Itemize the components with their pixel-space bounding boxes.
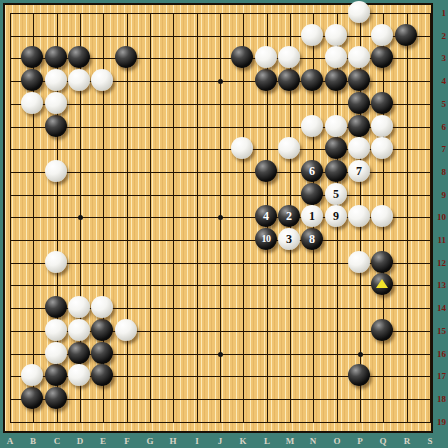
stone-black-Q15[interactable] (371, 319, 393, 341)
stone-black-O7[interactable] (325, 137, 347, 159)
stone-white-Q6[interactable] (371, 115, 393, 137)
stone-black-E16[interactable] (91, 342, 113, 364)
stone-white-M7[interactable] (278, 137, 300, 159)
stone-white-Q10[interactable] (371, 205, 393, 227)
stone-black-E15[interactable] (91, 319, 113, 341)
stone-white-B17[interactable] (21, 364, 43, 386)
stone-black-B4[interactable] (21, 69, 43, 91)
stone-black-O4[interactable] (325, 69, 347, 91)
stone-black-E17[interactable] (91, 364, 113, 386)
stone-black-P4[interactable] (348, 69, 370, 91)
stone-white-C4[interactable] (45, 69, 67, 91)
stone-black-P5[interactable] (348, 92, 370, 114)
stones-layer: 64210875193 (0, 0, 448, 448)
stone-black-P6[interactable] (348, 115, 370, 137)
stone-white-C8[interactable] (45, 160, 67, 182)
stone-white-P3[interactable] (348, 46, 370, 68)
stone-white-C5[interactable] (45, 92, 67, 114)
stone-white-D14[interactable] (68, 296, 90, 318)
stone-black-M4[interactable] (278, 69, 300, 91)
stone-white-P10[interactable] (348, 205, 370, 227)
stone-black-L4[interactable] (255, 69, 277, 91)
stone-white-N10-move-1[interactable]: 1 (301, 205, 323, 227)
stone-black-C3[interactable] (45, 46, 67, 68)
stone-white-C12[interactable] (45, 251, 67, 273)
stone-black-L11-move-10[interactable]: 10 (255, 228, 277, 250)
stone-black-K3[interactable] (231, 46, 253, 68)
stone-black-P17[interactable] (348, 364, 370, 386)
stone-white-O6[interactable] (325, 115, 347, 137)
stone-white-O2[interactable] (325, 24, 347, 46)
stone-black-C14[interactable] (45, 296, 67, 318)
stone-white-M11-move-3[interactable]: 3 (278, 228, 300, 250)
stone-black-C6[interactable] (45, 115, 67, 137)
stone-white-O3[interactable] (325, 46, 347, 68)
stone-white-E14[interactable] (91, 296, 113, 318)
stone-white-E4[interactable] (91, 69, 113, 91)
stone-black-Q5[interactable] (371, 92, 393, 114)
stone-white-N2[interactable] (301, 24, 323, 46)
stone-white-O10-move-9[interactable]: 9 (325, 205, 347, 227)
stone-white-O9-move-5[interactable]: 5 (325, 183, 347, 205)
stone-black-L10-move-4[interactable]: 4 (255, 205, 277, 227)
stone-black-B3[interactable] (21, 46, 43, 68)
stone-white-Q2[interactable] (371, 24, 393, 46)
stone-white-P8-move-7[interactable]: 7 (348, 160, 370, 182)
last-move-triangle-marker (376, 279, 388, 288)
stone-white-D17[interactable] (68, 364, 90, 386)
stone-white-M3[interactable] (278, 46, 300, 68)
stone-black-Q13[interactable] (371, 273, 393, 295)
stone-white-Q7[interactable] (371, 137, 393, 159)
stone-black-C17[interactable] (45, 364, 67, 386)
stone-black-N9[interactable] (301, 183, 323, 205)
stone-black-D3[interactable] (68, 46, 90, 68)
stone-white-D15[interactable] (68, 319, 90, 341)
stone-white-P7[interactable] (348, 137, 370, 159)
stone-black-N4[interactable] (301, 69, 323, 91)
stone-black-L8[interactable] (255, 160, 277, 182)
stone-black-R2[interactable] (395, 24, 417, 46)
stone-white-F15[interactable] (115, 319, 137, 341)
stone-black-C18[interactable] (45, 387, 67, 409)
stone-black-Q12[interactable] (371, 251, 393, 273)
stone-white-L3[interactable] (255, 46, 277, 68)
stone-white-C15[interactable] (45, 319, 67, 341)
stone-black-F3[interactable] (115, 46, 137, 68)
stone-black-B18[interactable] (21, 387, 43, 409)
stone-white-B5[interactable] (21, 92, 43, 114)
stone-white-P1[interactable] (348, 1, 370, 23)
stone-black-D16[interactable] (68, 342, 90, 364)
stone-white-P12[interactable] (348, 251, 370, 273)
stone-black-O8[interactable] (325, 160, 347, 182)
stone-black-M10-move-2[interactable]: 2 (278, 205, 300, 227)
stone-black-N11-move-8[interactable]: 8 (301, 228, 323, 250)
stone-white-D4[interactable] (68, 69, 90, 91)
go-board-app: 64210875193 ABCDEFGHIJKLMNOPQRS 12345678… (0, 0, 448, 448)
stone-white-N6[interactable] (301, 115, 323, 137)
stone-white-K7[interactable] (231, 137, 253, 159)
stone-black-N8-move-6[interactable]: 6 (301, 160, 323, 182)
stone-black-Q3[interactable] (371, 46, 393, 68)
stone-white-C16[interactable] (45, 342, 67, 364)
